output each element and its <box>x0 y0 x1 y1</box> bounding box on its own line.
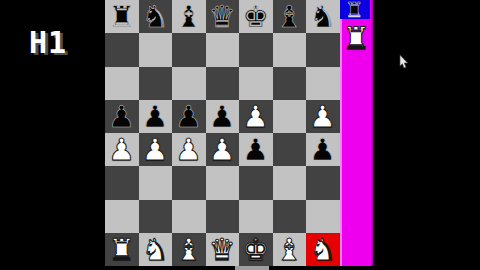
square-d6[interactable] <box>206 67 240 100</box>
black-rook[interactable]: ♜ <box>108 0 135 33</box>
square-a2[interactable] <box>105 200 139 233</box>
square-b4[interactable]: ♟ <box>139 133 173 166</box>
square-e7[interactable] <box>239 33 273 66</box>
square-e2[interactable] <box>239 200 273 233</box>
square-a6[interactable] <box>105 67 139 100</box>
square-f8[interactable]: ♝ <box>273 0 307 33</box>
square-b6[interactable] <box>139 67 173 100</box>
square-b2[interactable] <box>139 200 173 233</box>
square-g6[interactable] <box>306 67 340 100</box>
black-bishop[interactable]: ♝ <box>276 0 303 33</box>
square-c7[interactable] <box>172 33 206 66</box>
square-b8[interactable]: ♞ <box>139 0 173 33</box>
square-h7[interactable]: ♜ <box>340 33 374 66</box>
square-f7[interactable] <box>273 33 307 66</box>
square-c2[interactable] <box>172 200 206 233</box>
black-pawn[interactable]: ♟ <box>242 133 269 166</box>
square-c1[interactable]: ♝ <box>172 233 206 266</box>
black-pawn[interactable]: ♟ <box>108 100 135 133</box>
black-king[interactable]: ♚ <box>242 0 269 33</box>
square-e1[interactable]: ♚ <box>239 233 273 266</box>
white-pawn[interactable]: ♟ <box>108 133 135 166</box>
square-a4[interactable]: ♟ <box>105 133 139 166</box>
square-d5[interactable]: ♟ <box>206 100 240 133</box>
white-pawn[interactable]: ♟ <box>309 100 336 133</box>
square-b1[interactable]: ♞ <box>139 233 173 266</box>
square-e6[interactable] <box>239 67 273 100</box>
black-knight[interactable]: ♞ <box>309 0 336 33</box>
square-a3[interactable] <box>105 166 139 199</box>
arrow-pointer-icon <box>399 55 409 69</box>
square-d8[interactable]: ♛ <box>206 0 240 33</box>
white-pawn[interactable]: ♟ <box>142 133 169 166</box>
square-c5[interactable]: ♟ <box>172 100 206 133</box>
black-queen[interactable]: ♛ <box>209 0 236 33</box>
move-indicator: H1 <box>29 31 67 55</box>
white-king[interactable]: ♚ <box>242 233 269 266</box>
square-d1[interactable]: ♛ <box>206 233 240 266</box>
white-bishop[interactable]: ♝ <box>276 233 303 266</box>
white-knight[interactable]: ♞ <box>309 233 336 266</box>
black-bishop[interactable]: ♝ <box>175 0 202 33</box>
white-pawn[interactable]: ♟ <box>242 100 269 133</box>
square-g3[interactable] <box>306 166 340 199</box>
screen: H1 ♜♞♝♛♚♝♞♜♜♟♟♟♟♟♟♟♟♟♟♟♟♜♞♝♛♚♝♞ <box>0 0 480 270</box>
square-e5[interactable]: ♟ <box>239 100 273 133</box>
square-g1[interactable]: ♞ <box>306 233 340 266</box>
black-pawn[interactable]: ♟ <box>309 133 336 166</box>
mouse-cursor <box>399 54 409 68</box>
square-e8[interactable]: ♚ <box>239 0 273 33</box>
square-g4[interactable]: ♟ <box>306 133 340 166</box>
square-f6[interactable] <box>273 67 307 100</box>
black-rook[interactable]: ♜ <box>345 1 364 19</box>
chess-board: ♜♞♝♛♚♝♞♜♜♟♟♟♟♟♟♟♟♟♟♟♟♜♞♝♛♚♝♞ <box>105 0 373 266</box>
square-h5[interactable] <box>340 100 374 133</box>
square-h1[interactable] <box>340 233 374 266</box>
square-c8[interactable]: ♝ <box>172 0 206 33</box>
square-b3[interactable] <box>139 166 173 199</box>
square-g5[interactable]: ♟ <box>306 100 340 133</box>
square-d4[interactable]: ♟ <box>206 133 240 166</box>
square-h2[interactable] <box>340 200 374 233</box>
white-rook[interactable]: ♜ <box>342 22 370 55</box>
h8-destination-highlight: ♜ <box>340 0 370 19</box>
square-e4[interactable]: ♟ <box>239 133 273 166</box>
square-a5[interactable]: ♟ <box>105 100 139 133</box>
square-f4[interactable] <box>273 133 307 166</box>
square-a8[interactable]: ♜ <box>105 0 139 33</box>
square-f2[interactable] <box>273 200 307 233</box>
square-c4[interactable]: ♟ <box>172 133 206 166</box>
square-f5[interactable] <box>273 100 307 133</box>
square-d3[interactable] <box>206 166 240 199</box>
square-h6[interactable] <box>340 67 374 100</box>
square-d7[interactable] <box>206 33 240 66</box>
black-knight[interactable]: ♞ <box>142 0 169 33</box>
white-pawn[interactable]: ♟ <box>175 133 202 166</box>
black-pawn[interactable]: ♟ <box>142 100 169 133</box>
square-b7[interactable] <box>139 33 173 66</box>
square-d2[interactable] <box>206 200 240 233</box>
square-e3[interactable] <box>239 166 273 199</box>
square-c6[interactable] <box>172 67 206 100</box>
square-a1[interactable]: ♜ <box>105 233 139 266</box>
square-f1[interactable]: ♝ <box>273 233 307 266</box>
white-rook[interactable]: ♜ <box>108 233 135 266</box>
square-c3[interactable] <box>172 166 206 199</box>
square-g2[interactable] <box>306 200 340 233</box>
square-g8[interactable]: ♞ <box>306 0 340 33</box>
white-bishop[interactable]: ♝ <box>175 233 202 266</box>
square-h4[interactable] <box>340 133 374 166</box>
black-pawn[interactable]: ♟ <box>209 100 236 133</box>
square-h3[interactable] <box>340 166 374 199</box>
black-pawn[interactable]: ♟ <box>175 100 202 133</box>
h-file-base-strip <box>235 266 269 270</box>
square-f3[interactable] <box>273 166 307 199</box>
white-pawn[interactable]: ♟ <box>209 133 236 166</box>
white-knight[interactable]: ♞ <box>142 233 169 266</box>
square-a7[interactable] <box>105 33 139 66</box>
white-queen[interactable]: ♛ <box>209 233 236 266</box>
square-b5[interactable]: ♟ <box>139 100 173 133</box>
square-g7[interactable] <box>306 33 340 66</box>
